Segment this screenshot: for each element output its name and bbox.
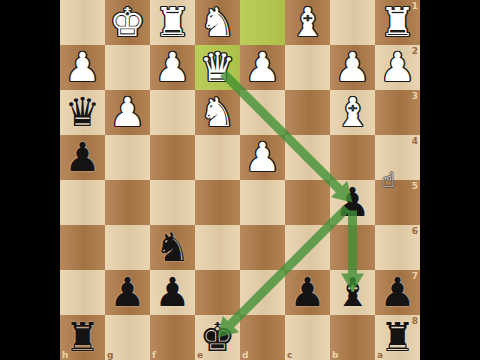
- square-c1[interactable]: ♝: [285, 0, 330, 45]
- square-f5[interactable]: [150, 180, 195, 225]
- piece-bK-e8[interactable]: ♚: [200, 315, 236, 360]
- square-c5[interactable]: [285, 180, 330, 225]
- square-d6[interactable]: [240, 225, 285, 270]
- square-g6[interactable]: [105, 225, 150, 270]
- square-h5[interactable]: [60, 180, 105, 225]
- square-a6[interactable]: 6: [375, 225, 420, 270]
- piece-wK-g1[interactable]: ♚: [110, 0, 146, 45]
- square-e8[interactable]: e♚: [195, 315, 240, 360]
- square-a2[interactable]: 2♟: [375, 45, 420, 90]
- square-d3[interactable]: [240, 90, 285, 135]
- piece-bP-g7[interactable]: ♟: [110, 270, 146, 315]
- square-e4[interactable]: [195, 135, 240, 180]
- square-c6[interactable]: [285, 225, 330, 270]
- letterbox-left: [0, 0, 60, 360]
- square-e5[interactable]: [195, 180, 240, 225]
- square-f8[interactable]: f: [150, 315, 195, 360]
- piece-bP-a7[interactable]: ♟: [380, 270, 416, 315]
- square-d8[interactable]: d: [240, 315, 285, 360]
- square-a4[interactable]: 4: [375, 135, 420, 180]
- piece-wP-g3[interactable]: ♟: [110, 90, 146, 135]
- square-h6[interactable]: [60, 225, 105, 270]
- square-e3[interactable]: ♞: [195, 90, 240, 135]
- square-g2[interactable]: [105, 45, 150, 90]
- piece-bP-b5[interactable]: ♟: [335, 180, 371, 225]
- piece-bR-a8[interactable]: ♜: [380, 315, 416, 360]
- square-f1[interactable]: ♜: [150, 0, 195, 45]
- square-g5[interactable]: [105, 180, 150, 225]
- piece-bP-h4[interactable]: ♟: [65, 135, 101, 180]
- square-a7[interactable]: 7♟: [375, 270, 420, 315]
- square-b1[interactable]: [330, 0, 375, 45]
- square-a1[interactable]: 1♜: [375, 0, 420, 45]
- letterbox-right: [420, 0, 480, 360]
- square-b5[interactable]: ♟: [330, 180, 375, 225]
- chess-board: ♚♜♞♝1♜♟♟♛♟♟2♟♛♟♞♝3♟♟4♟5♞6♟♟♟♝7♟h♜gfe♚dcb…: [60, 0, 420, 360]
- square-a8[interactable]: 8a♜: [375, 315, 420, 360]
- square-e2[interactable]: ♛: [195, 45, 240, 90]
- square-b3[interactable]: ♝: [330, 90, 375, 135]
- square-c8[interactable]: c: [285, 315, 330, 360]
- piece-wN-e1[interactable]: ♞: [200, 0, 236, 45]
- rank-label-5: 5: [412, 181, 418, 191]
- square-g1[interactable]: ♚: [105, 0, 150, 45]
- piece-bN-f6[interactable]: ♞: [155, 225, 191, 270]
- piece-bB-b7[interactable]: ♝: [335, 270, 371, 315]
- square-b6[interactable]: [330, 225, 375, 270]
- square-d1[interactable]: [240, 0, 285, 45]
- square-b7[interactable]: ♝: [330, 270, 375, 315]
- square-f6[interactable]: ♞: [150, 225, 195, 270]
- piece-wP-h2[interactable]: ♟: [65, 45, 101, 90]
- square-e1[interactable]: ♞: [195, 0, 240, 45]
- square-c2[interactable]: [285, 45, 330, 90]
- square-f2[interactable]: ♟: [150, 45, 195, 90]
- piece-wQ-e2[interactable]: ♛: [200, 45, 236, 90]
- square-d4[interactable]: ♟: [240, 135, 285, 180]
- square-a3[interactable]: 3: [375, 90, 420, 135]
- square-d2[interactable]: ♟: [240, 45, 285, 90]
- square-f7[interactable]: ♟: [150, 270, 195, 315]
- piece-bR-h8[interactable]: ♜: [65, 315, 101, 360]
- square-h2[interactable]: ♟: [60, 45, 105, 90]
- piece-bP-c7[interactable]: ♟: [290, 270, 326, 315]
- square-b2[interactable]: ♟: [330, 45, 375, 90]
- square-h8[interactable]: h♜: [60, 315, 105, 360]
- file-label-c: c: [287, 350, 292, 360]
- video-frame: ♚♜♞♝1♜♟♟♛♟♟2♟♛♟♞♝3♟♟4♟5♞6♟♟♟♝7♟h♜gfe♚dcb…: [0, 0, 480, 360]
- square-h3[interactable]: ♛: [60, 90, 105, 135]
- square-b4[interactable]: [330, 135, 375, 180]
- square-d7[interactable]: [240, 270, 285, 315]
- square-g3[interactable]: ♟: [105, 90, 150, 135]
- square-d5[interactable]: [240, 180, 285, 225]
- piece-wP-a2[interactable]: ♟: [380, 45, 416, 90]
- piece-wR-f1[interactable]: ♜: [155, 0, 191, 45]
- file-label-b: b: [332, 350, 338, 360]
- piece-wR-a1[interactable]: ♜: [380, 0, 416, 45]
- piece-bQ-h3[interactable]: ♛: [65, 90, 101, 135]
- rank-label-3: 3: [412, 91, 418, 101]
- file-label-f: f: [152, 350, 156, 360]
- square-a5[interactable]: 5: [375, 180, 420, 225]
- piece-bP-f7[interactable]: ♟: [155, 270, 191, 315]
- square-b8[interactable]: b: [330, 315, 375, 360]
- square-c4[interactable]: [285, 135, 330, 180]
- square-h4[interactable]: ♟: [60, 135, 105, 180]
- square-e7[interactable]: [195, 270, 240, 315]
- rank-label-6: 6: [412, 226, 418, 236]
- square-g7[interactable]: ♟: [105, 270, 150, 315]
- square-h1[interactable]: [60, 0, 105, 45]
- piece-wP-d4[interactable]: ♟: [245, 135, 281, 180]
- square-c7[interactable]: ♟: [285, 270, 330, 315]
- square-h7[interactable]: [60, 270, 105, 315]
- piece-wN-e3[interactable]: ♞: [200, 90, 236, 135]
- file-label-g: g: [107, 350, 113, 360]
- square-f3[interactable]: [150, 90, 195, 135]
- rank-label-4: 4: [412, 136, 418, 146]
- piece-wP-d2[interactable]: ♟: [245, 45, 281, 90]
- piece-wB-b3[interactable]: ♝: [335, 90, 371, 135]
- piece-wB-c1[interactable]: ♝: [290, 0, 326, 45]
- piece-wP-b2[interactable]: ♟: [335, 45, 371, 90]
- square-g8[interactable]: g: [105, 315, 150, 360]
- piece-wP-f2[interactable]: ♟: [155, 45, 191, 90]
- square-f4[interactable]: [150, 135, 195, 180]
- square-g4[interactable]: [105, 135, 150, 180]
- square-e6[interactable]: [195, 225, 240, 270]
- square-c3[interactable]: [285, 90, 330, 135]
- file-label-d: d: [242, 350, 248, 360]
